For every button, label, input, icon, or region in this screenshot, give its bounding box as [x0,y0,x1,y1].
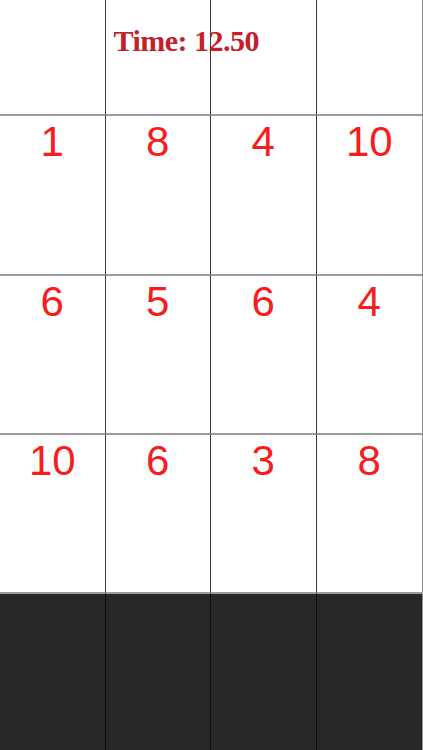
tile-r2c3[interactable]: 4 [317,274,423,433]
hidden-tile-r4c3[interactable] [317,592,423,750]
hidden-tile-r4c1[interactable] [106,592,212,750]
hidden-tile-r4c0[interactable] [0,592,106,750]
tile-r3c0[interactable]: 10 [0,433,106,592]
header-cell-r0c0 [0,0,106,114]
tile-r1c2[interactable]: 4 [211,114,317,274]
timer-label: Time: 12.50 [114,26,260,56]
tile-r3c3[interactable]: 8 [317,433,423,592]
tile-r3c1[interactable]: 6 [106,433,212,592]
game-board: Time: 12.50 1 8 4 10 6 5 6 4 10 6 3 8 [0,0,423,750]
tile-r2c2[interactable]: 6 [211,274,317,433]
tile-r1c3[interactable]: 10 [317,114,423,274]
header-cell-r0c1: Time: 12.50 [106,0,212,114]
header-cell-r0c2 [211,0,317,114]
tile-r1c0[interactable]: 1 [0,114,106,274]
header-cell-r0c3 [317,0,423,114]
tile-r2c0[interactable]: 6 [0,274,106,433]
tile-r2c1[interactable]: 5 [106,274,212,433]
tile-r1c1[interactable]: 8 [106,114,212,274]
hidden-tile-r4c2[interactable] [211,592,317,750]
tile-r3c2[interactable]: 3 [211,433,317,592]
